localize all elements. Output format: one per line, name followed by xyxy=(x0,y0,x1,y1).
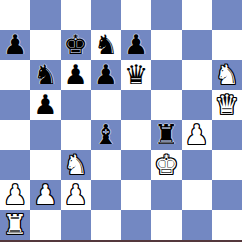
square-f2[interactable] xyxy=(151,180,181,210)
square-h8[interactable] xyxy=(212,0,242,30)
square-c4[interactable] xyxy=(61,120,91,150)
square-e6[interactable]: ♛ xyxy=(121,60,151,90)
square-e5[interactable] xyxy=(121,90,151,120)
piece-black-pawn[interactable]: ♟ xyxy=(64,61,88,88)
square-d6[interactable]: ♟ xyxy=(91,60,121,90)
chess-board: ♟♚♞♟♞♟♟♛♞♟♛♝♜♟♞♚♟♟♟♜ xyxy=(0,0,242,240)
square-b8[interactable] xyxy=(30,0,60,30)
square-d7[interactable]: ♞ xyxy=(91,30,121,60)
piece-black-knight[interactable]: ♞ xyxy=(33,61,57,88)
square-f3[interactable]: ♚ xyxy=(151,150,181,180)
square-f7[interactable] xyxy=(151,30,181,60)
square-a1[interactable]: ♜ xyxy=(0,210,30,240)
piece-black-king[interactable]: ♚ xyxy=(64,31,88,58)
square-c8[interactable] xyxy=(61,0,91,30)
square-e3[interactable] xyxy=(121,150,151,180)
piece-white-king[interactable]: ♚ xyxy=(154,151,178,178)
square-d1[interactable] xyxy=(91,210,121,240)
piece-black-knight[interactable]: ♞ xyxy=(94,31,118,58)
square-f5[interactable] xyxy=(151,90,181,120)
square-f8[interactable] xyxy=(151,0,181,30)
square-e7[interactable]: ♟ xyxy=(121,30,151,60)
piece-white-knight[interactable]: ♞ xyxy=(64,151,88,178)
square-b4[interactable] xyxy=(30,120,60,150)
square-b5[interactable]: ♟ xyxy=(30,90,60,120)
square-a6[interactable] xyxy=(0,60,30,90)
square-g2[interactable] xyxy=(182,180,212,210)
square-d2[interactable] xyxy=(91,180,121,210)
piece-black-pawn[interactable]: ♟ xyxy=(94,61,118,88)
piece-white-knight[interactable]: ♞ xyxy=(215,61,239,88)
square-b7[interactable] xyxy=(30,30,60,60)
square-f1[interactable] xyxy=(151,210,181,240)
square-g4[interactable]: ♟ xyxy=(182,120,212,150)
square-a8[interactable] xyxy=(0,0,30,30)
piece-black-pawn[interactable]: ♟ xyxy=(33,91,57,118)
square-e8[interactable] xyxy=(121,0,151,30)
square-h1[interactable] xyxy=(212,210,242,240)
square-g7[interactable] xyxy=(182,30,212,60)
square-a2[interactable]: ♟ xyxy=(0,180,30,210)
square-d3[interactable] xyxy=(91,150,121,180)
square-h4[interactable] xyxy=(212,120,242,150)
square-d4[interactable]: ♝ xyxy=(91,120,121,150)
square-f6[interactable] xyxy=(151,60,181,90)
square-g3[interactable] xyxy=(182,150,212,180)
square-h2[interactable] xyxy=(212,180,242,210)
square-e1[interactable] xyxy=(121,210,151,240)
piece-white-queen[interactable]: ♛ xyxy=(215,91,239,118)
chess-board-wrapper: ♟♚♞♟♞♟♟♛♞♟♛♝♜♟♞♚♟♟♟♜ xyxy=(0,0,242,242)
square-b3[interactable] xyxy=(30,150,60,180)
piece-white-pawn[interactable]: ♟ xyxy=(185,121,209,148)
square-b1[interactable] xyxy=(30,210,60,240)
piece-white-pawn[interactable]: ♟ xyxy=(3,181,27,208)
piece-white-pawn[interactable]: ♟ xyxy=(64,181,88,208)
piece-black-bishop[interactable]: ♝ xyxy=(94,121,118,148)
square-d8[interactable] xyxy=(91,0,121,30)
piece-black-queen[interactable]: ♛ xyxy=(124,61,148,88)
square-a3[interactable] xyxy=(0,150,30,180)
square-d5[interactable] xyxy=(91,90,121,120)
square-h6[interactable]: ♞ xyxy=(212,60,242,90)
square-g5[interactable] xyxy=(182,90,212,120)
square-g1[interactable] xyxy=(182,210,212,240)
piece-white-pawn[interactable]: ♟ xyxy=(33,181,57,208)
square-c6[interactable]: ♟ xyxy=(61,60,91,90)
square-c7[interactable]: ♚ xyxy=(61,30,91,60)
square-c2[interactable]: ♟ xyxy=(61,180,91,210)
square-g8[interactable] xyxy=(182,0,212,30)
square-h5[interactable]: ♛ xyxy=(212,90,242,120)
square-c3[interactable]: ♞ xyxy=(61,150,91,180)
piece-black-pawn[interactable]: ♟ xyxy=(3,31,27,58)
square-a4[interactable] xyxy=(0,120,30,150)
square-g6[interactable] xyxy=(182,60,212,90)
square-f4[interactable]: ♜ xyxy=(151,120,181,150)
square-b2[interactable]: ♟ xyxy=(30,180,60,210)
square-h7[interactable] xyxy=(212,30,242,60)
square-c5[interactable] xyxy=(61,90,91,120)
square-h3[interactable] xyxy=(212,150,242,180)
square-a7[interactable]: ♟ xyxy=(0,30,30,60)
piece-black-pawn[interactable]: ♟ xyxy=(124,31,148,58)
square-e2[interactable] xyxy=(121,180,151,210)
piece-black-rook[interactable]: ♜ xyxy=(154,121,178,148)
square-a5[interactable] xyxy=(0,90,30,120)
piece-white-rook[interactable]: ♜ xyxy=(3,211,27,238)
square-c1[interactable] xyxy=(61,210,91,240)
square-b6[interactable]: ♞ xyxy=(30,60,60,90)
square-e4[interactable] xyxy=(121,120,151,150)
